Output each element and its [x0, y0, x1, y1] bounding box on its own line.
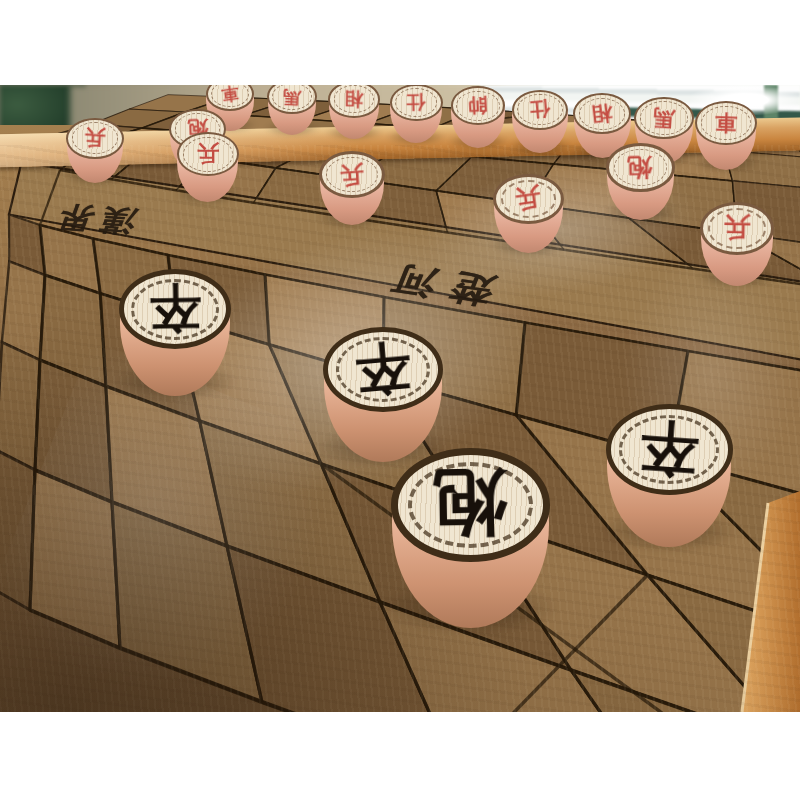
piece-red-chariot[interactable]: 車 — [695, 101, 756, 172]
piece-face: 炮 — [391, 448, 551, 562]
piece-red-soldier[interactable]: 兵 — [700, 202, 774, 287]
piece-character: 車 — [220, 85, 240, 103]
piece-character: 車 — [715, 110, 738, 133]
piece-red-soldier[interactable]: 兵 — [493, 174, 563, 255]
piece-character: 仕 — [406, 92, 425, 111]
piece-face: 卒 — [606, 404, 733, 495]
river-label-han-jie: 漢界 — [47, 202, 141, 236]
piece-face: 仕 — [390, 85, 443, 121]
piece-face: 仕 — [512, 90, 568, 130]
piece-face: 車 — [695, 101, 756, 145]
piece-black-cannon[interactable]: 炮 — [391, 448, 551, 632]
piece-red-advisor[interactable]: 仕 — [512, 90, 568, 155]
piece-character: 仕 — [529, 98, 551, 120]
piece-character: 相 — [345, 89, 364, 108]
piece-character: 卒 — [149, 281, 202, 334]
piece-character: 兵 — [339, 161, 364, 186]
piece-face: 炮 — [606, 143, 675, 192]
piece-character: 卒 — [638, 416, 700, 478]
piece-face: 卒 — [323, 327, 443, 412]
piece-character: 兵 — [723, 214, 750, 241]
piece-face: 相 — [328, 85, 379, 118]
xiangqi-photo: 漢界 楚河 車馬相仕帥仕相馬車炮炮兵兵兵兵兵卒卒卒炮 — [0, 85, 800, 712]
piece-black-soldier[interactable]: 卒 — [606, 404, 733, 550]
piece-red-elephant[interactable]: 相 — [328, 85, 379, 140]
piece-black-soldier[interactable]: 卒 — [119, 269, 231, 398]
piece-red-soldier[interactable]: 兵 — [66, 118, 124, 185]
piece-red-cannon[interactable]: 炮 — [606, 143, 675, 222]
piece-character: 卒 — [353, 338, 413, 398]
photo-frame: 漢界 楚河 車馬相仕帥仕相馬車炮炮兵兵兵兵兵卒卒卒炮 — [0, 0, 800, 800]
piece-face: 兵 — [66, 118, 124, 159]
piece-red-advisor[interactable]: 仕 — [390, 85, 443, 145]
piece-face: 兵 — [493, 174, 563, 224]
piece-red-general[interactable]: 帥 — [451, 86, 506, 149]
piece-face: 兵 — [319, 151, 385, 198]
piece-red-soldier[interactable]: 兵 — [177, 132, 239, 203]
piece-character: 馬 — [653, 106, 676, 129]
piece-red-horse[interactable]: 馬 — [267, 85, 317, 136]
piece-character: 兵 — [514, 184, 543, 213]
piece-character: 兵 — [84, 126, 106, 148]
piece-red-soldier[interactable]: 兵 — [319, 151, 385, 227]
piece-face: 卒 — [119, 269, 231, 349]
piece-face: 馬 — [634, 97, 694, 140]
piece-face: 兵 — [177, 132, 239, 176]
piece-character: 炮 — [628, 154, 653, 179]
piece-character: 馬 — [283, 86, 302, 105]
piece-face: 兵 — [700, 202, 774, 255]
piece-character: 兵 — [196, 142, 218, 164]
piece-character: 炮 — [433, 465, 508, 540]
piece-character: 帥 — [468, 95, 489, 116]
piece-character: 相 — [590, 101, 613, 124]
piece-black-soldier[interactable]: 卒 — [323, 327, 443, 465]
